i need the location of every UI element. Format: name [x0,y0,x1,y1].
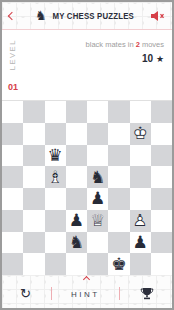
hint-button[interactable]: HINT [71,289,100,299]
chess-board: ♚♔♛♝♗♞♟♟♛♕♟♙♞♟♚ [2,101,172,275]
square-r5c5[interactable]: ♟ [87,188,108,210]
square-r6c3[interactable] [45,210,66,232]
square-r4c5[interactable]: ♞ [87,166,108,188]
square-r6c6[interactable] [108,210,129,232]
mute-button[interactable] [149,11,165,21]
chevron-up-icon[interactable] [83,276,90,283]
star-icon: ★ [156,54,164,64]
piece-white-queen[interactable]: ♛♕ [90,212,105,229]
square-r8c3[interactable] [45,253,66,275]
square-r6c8[interactable] [151,210,172,232]
trophy-icon [140,288,154,300]
square-r7c5[interactable] [87,232,108,254]
separator [119,287,120,300]
square-r5c1[interactable] [2,188,23,210]
square-r5c4[interactable] [66,188,87,210]
square-r8c6[interactable]: ♚ [108,253,129,275]
objective-suffix: moves [142,40,164,49]
trophy-button[interactable] [140,288,154,300]
square-r8c5[interactable] [87,253,108,275]
square-r3c2[interactable] [23,145,44,167]
separator [51,287,52,300]
square-r5c7[interactable] [130,188,151,210]
square-r2c5[interactable] [87,123,108,145]
square-r2c6[interactable] [108,123,129,145]
piece-black-queen[interactable]: ♛ [48,147,63,164]
level-label: LEVEL [8,39,17,70]
square-r3c3[interactable]: ♛ [45,145,66,167]
header: ♞ MY CHESS PUZZLES [2,2,172,30]
square-r4c6[interactable] [108,166,129,188]
square-r5c8[interactable] [151,188,172,210]
square-r3c5[interactable] [87,145,108,167]
square-r8c7[interactable] [130,253,151,275]
piece-black-pawn[interactable]: ♟ [133,234,148,251]
objective-moves-count: 2 [136,40,140,49]
piece-black-pawn[interactable]: ♟ [69,212,84,229]
square-r2c8[interactable] [151,123,172,145]
square-r4c3[interactable]: ♝♗ [45,166,66,188]
level-number: 01 [8,82,18,92]
knight-logo-icon: ♞ [35,9,47,22]
square-r7c7[interactable]: ♟ [130,232,151,254]
piece-black-knight[interactable]: ♞ [69,234,84,251]
back-button[interactable] [9,13,23,19]
square-r1c3[interactable] [45,101,66,123]
square-r1c7[interactable] [130,101,151,123]
app-title: MY CHESS PUZZLES [52,11,133,21]
square-r7c1[interactable] [2,232,23,254]
square-r1c1[interactable] [2,101,23,123]
square-r6c1[interactable] [2,210,23,232]
app-window: ♞ MY CHESS PUZZLES LEVEL 01 black mates … [0,0,174,310]
piece-white-pawn[interactable]: ♟♙ [133,212,148,229]
square-r1c5[interactable] [87,101,108,123]
square-r8c2[interactable] [23,253,44,275]
square-r6c4[interactable]: ♟ [66,210,87,232]
square-r5c6[interactable] [108,188,129,210]
square-r3c8[interactable] [151,145,172,167]
restart-button[interactable]: ↻ [20,287,31,300]
square-r2c7[interactable]: ♚♔ [130,123,151,145]
square-r3c7[interactable] [130,145,151,167]
square-r1c6[interactable] [108,101,129,123]
objective-prefix: black mates in [86,40,134,49]
piece-white-outline: ♕ [90,210,105,230]
square-r8c1[interactable] [2,253,23,275]
square-r1c4[interactable] [66,101,87,123]
square-r8c8[interactable] [151,253,172,275]
square-r3c1[interactable] [2,145,23,167]
square-r2c1[interactable] [2,123,23,145]
square-r5c3[interactable] [45,188,66,210]
square-r6c5[interactable]: ♛♕ [87,210,108,232]
piece-black-pawn[interactable]: ♟ [90,190,105,207]
piece-white-bishop[interactable]: ♝♗ [48,169,63,186]
piece-white-outline: ♔ [133,123,148,143]
square-r8c4[interactable] [66,253,87,275]
piece-white-outline: ♗ [48,167,63,187]
square-r4c1[interactable] [2,166,23,188]
square-r2c4[interactable] [66,123,87,145]
square-r3c6[interactable] [108,145,129,167]
square-r1c8[interactable] [151,101,172,123]
square-r4c2[interactable] [23,166,44,188]
piece-black-king[interactable]: ♚ [111,256,126,273]
score-line: 10 ★ [142,53,164,64]
square-r5c2[interactable] [23,188,44,210]
square-r7c2[interactable] [23,232,44,254]
square-r4c7[interactable] [130,166,151,188]
piece-white-king[interactable]: ♚♔ [133,125,148,142]
square-r7c8[interactable] [151,232,172,254]
piece-white-outline: ♙ [133,210,148,230]
square-r6c2[interactable] [23,210,44,232]
score-value: 10 [142,53,153,64]
square-r4c4[interactable] [66,166,87,188]
square-r7c4[interactable]: ♞ [66,232,87,254]
level-panel: LEVEL 01 black mates in 2 moves 10 ★ [2,30,172,101]
title-group: ♞ MY CHESS PUZZLES [23,9,149,22]
square-r4c8[interactable] [151,166,172,188]
bottom-bar: ↻ HINT [2,275,172,308]
square-r6c7[interactable]: ♟♙ [130,210,151,232]
square-r1c2[interactable] [23,101,44,123]
square-r2c3[interactable] [45,123,66,145]
speaker-muted-icon [151,11,165,21]
square-r2c2[interactable] [23,123,44,145]
square-r7c3[interactable] [45,232,66,254]
square-r7c6[interactable] [108,232,129,254]
objective-text: black mates in 2 moves [86,40,164,49]
square-r3c4[interactable] [66,145,87,167]
piece-black-knight[interactable]: ♞ [90,169,105,186]
chevron-left-icon [8,11,16,19]
